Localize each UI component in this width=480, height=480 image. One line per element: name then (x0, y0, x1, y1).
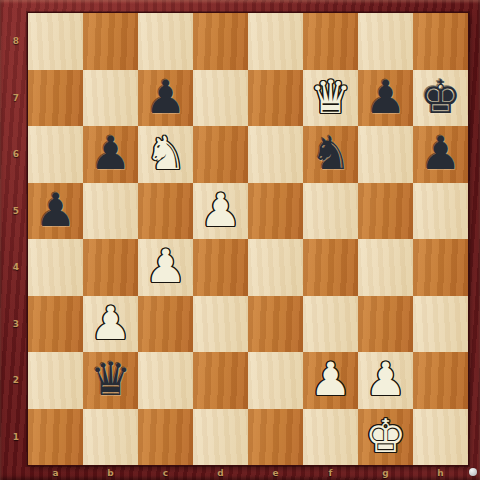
square-e3[interactable] (248, 296, 303, 353)
square-b5[interactable] (83, 183, 138, 240)
square-b7[interactable] (83, 70, 138, 127)
rank-label-8: 8 (0, 13, 28, 70)
square-c4[interactable]: ♟ (138, 239, 193, 296)
piece-black-knight-f6[interactable]: ♞ (310, 130, 351, 176)
rank-label-2: 2 (0, 352, 28, 409)
rank-label-1: 1 (0, 409, 28, 466)
square-g8[interactable] (358, 13, 413, 70)
square-d8[interactable] (193, 13, 248, 70)
square-f4[interactable] (303, 239, 358, 296)
square-d5[interactable]: ♟ (193, 183, 248, 240)
piece-white-pawn-f2[interactable]: ♟ (310, 356, 351, 402)
square-h7[interactable]: ♚ (413, 70, 468, 127)
square-f8[interactable] (303, 13, 358, 70)
piece-black-queen-b2[interactable]: ♛ (90, 356, 131, 402)
square-g4[interactable] (358, 239, 413, 296)
square-h6[interactable]: ♟ (413, 126, 468, 183)
square-b1[interactable] (83, 409, 138, 466)
square-a8[interactable] (28, 13, 83, 70)
file-label-h: h (413, 465, 468, 480)
square-a6[interactable] (28, 126, 83, 183)
square-e1[interactable] (248, 409, 303, 466)
piece-white-king-g1[interactable]: ♚ (365, 413, 406, 459)
square-g7[interactable]: ♟ (358, 70, 413, 127)
square-h3[interactable] (413, 296, 468, 353)
square-c2[interactable] (138, 352, 193, 409)
square-f1[interactable] (303, 409, 358, 466)
square-h1[interactable] (413, 409, 468, 466)
piece-black-pawn-c7[interactable]: ♟ (145, 74, 186, 120)
square-e7[interactable] (248, 70, 303, 127)
square-f5[interactable] (303, 183, 358, 240)
square-c7[interactable]: ♟ (138, 70, 193, 127)
square-c8[interactable] (138, 13, 193, 70)
square-a1[interactable] (28, 409, 83, 466)
square-a2[interactable] (28, 352, 83, 409)
square-e4[interactable] (248, 239, 303, 296)
chess-board-frame: 87654321 abcdefgh ♟♛♟♚♟♞♞♟♟♟♟♟♛♟♟♚ (0, 0, 480, 480)
square-f6[interactable]: ♞ (303, 126, 358, 183)
corner-dot (469, 468, 477, 476)
square-d6[interactable] (193, 126, 248, 183)
square-e2[interactable] (248, 352, 303, 409)
file-label-b: b (83, 465, 138, 480)
square-c1[interactable] (138, 409, 193, 466)
file-label-a: a (28, 465, 83, 480)
piece-white-pawn-d5[interactable]: ♟ (200, 187, 241, 233)
square-g1[interactable]: ♚ (358, 409, 413, 466)
file-label-c: c (138, 465, 193, 480)
square-g2[interactable]: ♟ (358, 352, 413, 409)
rank-labels: 87654321 (0, 13, 28, 465)
file-label-d: d (193, 465, 248, 480)
piece-white-pawn-b3[interactable]: ♟ (90, 300, 131, 346)
square-b2[interactable]: ♛ (83, 352, 138, 409)
square-d1[interactable] (193, 409, 248, 466)
square-b3[interactable]: ♟ (83, 296, 138, 353)
piece-white-queen-f7[interactable]: ♛ (310, 74, 351, 120)
piece-black-pawn-g7[interactable]: ♟ (365, 74, 406, 120)
rank-label-6: 6 (0, 126, 28, 183)
square-c5[interactable] (138, 183, 193, 240)
piece-black-pawn-a5[interactable]: ♟ (35, 187, 76, 233)
piece-black-pawn-b6[interactable]: ♟ (90, 130, 131, 176)
square-e8[interactable] (248, 13, 303, 70)
piece-white-pawn-g2[interactable]: ♟ (365, 356, 406, 402)
rank-label-5: 5 (0, 183, 28, 240)
piece-white-pawn-c4[interactable]: ♟ (145, 243, 186, 289)
square-d4[interactable] (193, 239, 248, 296)
square-g3[interactable] (358, 296, 413, 353)
square-b4[interactable] (83, 239, 138, 296)
square-h4[interactable] (413, 239, 468, 296)
square-h8[interactable] (413, 13, 468, 70)
rank-label-3: 3 (0, 296, 28, 353)
square-c6[interactable]: ♞ (138, 126, 193, 183)
square-a4[interactable] (28, 239, 83, 296)
square-f2[interactable]: ♟ (303, 352, 358, 409)
file-label-f: f (303, 465, 358, 480)
square-f7[interactable]: ♛ (303, 70, 358, 127)
square-a7[interactable] (28, 70, 83, 127)
file-labels: abcdefgh (28, 465, 468, 480)
square-c3[interactable] (138, 296, 193, 353)
piece-black-king-h7[interactable]: ♚ (420, 74, 461, 120)
rank-label-7: 7 (0, 70, 28, 127)
square-f3[interactable] (303, 296, 358, 353)
square-d2[interactable] (193, 352, 248, 409)
square-b6[interactable]: ♟ (83, 126, 138, 183)
file-label-g: g (358, 465, 413, 480)
piece-black-pawn-h6[interactable]: ♟ (420, 130, 461, 176)
square-a3[interactable] (28, 296, 83, 353)
chess-board: ♟♛♟♚♟♞♞♟♟♟♟♟♛♟♟♚ (28, 13, 468, 465)
square-h5[interactable] (413, 183, 468, 240)
square-e6[interactable] (248, 126, 303, 183)
square-h2[interactable] (413, 352, 468, 409)
piece-white-knight-c6[interactable]: ♞ (145, 130, 186, 176)
square-d7[interactable] (193, 70, 248, 127)
square-e5[interactable] (248, 183, 303, 240)
square-g5[interactable] (358, 183, 413, 240)
square-a5[interactable]: ♟ (28, 183, 83, 240)
rank-label-4: 4 (0, 239, 28, 296)
square-g6[interactable] (358, 126, 413, 183)
file-label-e: e (248, 465, 303, 480)
square-d3[interactable] (193, 296, 248, 353)
square-b8[interactable] (83, 13, 138, 70)
